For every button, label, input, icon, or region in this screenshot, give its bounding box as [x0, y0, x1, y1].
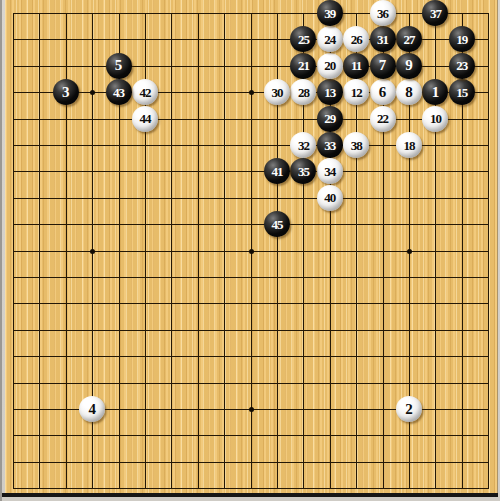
move-number: 2	[405, 402, 413, 417]
stone-black-E16: 43	[106, 79, 132, 105]
move-number: 13	[324, 86, 335, 99]
stone-black-N14: 33	[317, 132, 343, 158]
stone-black-M17: 21	[290, 53, 316, 79]
move-number: 6	[379, 85, 387, 100]
stone-black-M18: 25	[290, 26, 316, 52]
stone-white-N18: 24	[317, 26, 343, 52]
stone-white-O18: 26	[343, 26, 369, 52]
move-number: 15	[456, 86, 467, 99]
stone-white-M16: 28	[290, 79, 316, 105]
move-number: 27	[404, 33, 415, 46]
stone-black-S18: 19	[449, 26, 475, 52]
move-number: 34	[324, 165, 335, 178]
stone-white-L16: 30	[264, 79, 290, 105]
stone-black-S16: 15	[449, 79, 475, 105]
grid-hline	[13, 383, 489, 384]
stone-white-N17: 20	[317, 53, 343, 79]
move-number: 25	[298, 33, 309, 46]
move-number: 5	[115, 58, 123, 73]
goban[interactable]: 1234567891011121315181920212223242526272…	[5, 0, 498, 493]
move-number: 31	[377, 33, 388, 46]
star-point	[90, 90, 95, 95]
move-number: 12	[351, 86, 362, 99]
stone-black-P17: 7	[370, 53, 396, 79]
stone-white-Q14: 18	[396, 132, 422, 158]
stone-black-Q17: 9	[396, 53, 422, 79]
star-point	[90, 249, 95, 254]
move-number: 4	[88, 402, 96, 417]
move-number: 20	[324, 59, 335, 72]
move-number: 24	[324, 33, 335, 46]
board-edge-shadow	[2, 493, 498, 497]
grid-hline	[13, 303, 489, 304]
stone-black-N16: 13	[317, 79, 343, 105]
move-number: 35	[298, 165, 309, 178]
move-number: 19	[456, 33, 467, 46]
grid-vline	[488, 13, 489, 489]
grid-hline	[13, 356, 489, 357]
move-number: 7	[379, 58, 387, 73]
move-number: 22	[377, 112, 388, 125]
star-point	[249, 249, 254, 254]
move-number: 21	[298, 59, 309, 72]
stone-white-M14: 32	[290, 132, 316, 158]
stone-black-S17: 23	[449, 53, 475, 79]
stone-white-F16: 42	[132, 79, 158, 105]
move-number: 45	[272, 218, 283, 231]
move-number: 18	[404, 139, 415, 152]
move-number: 23	[456, 59, 467, 72]
stone-white-F15: 44	[132, 106, 158, 132]
move-number: 44	[140, 112, 151, 125]
move-number: 10	[430, 112, 441, 125]
move-number: 30	[272, 86, 283, 99]
stone-black-O17: 11	[343, 53, 369, 79]
move-number: 28	[298, 86, 309, 99]
move-number: 26	[351, 33, 362, 46]
move-number: 39	[324, 7, 335, 20]
grid-hline	[13, 488, 489, 489]
stone-white-Q4: 2	[396, 396, 422, 422]
stone-black-R16: 1	[422, 79, 448, 105]
move-number: 38	[351, 139, 362, 152]
stone-black-E17: 5	[106, 53, 132, 79]
stone-white-P15: 22	[370, 106, 396, 132]
stone-white-O14: 38	[343, 132, 369, 158]
move-number: 8	[405, 85, 413, 100]
stone-white-P19: 36	[370, 0, 396, 26]
star-point	[249, 407, 254, 412]
stone-black-Q18: 27	[396, 26, 422, 52]
stone-black-L13: 41	[264, 158, 290, 184]
frame-left-bevel	[0, 0, 2, 501]
stone-black-M13: 35	[290, 158, 316, 184]
move-number: 1	[432, 85, 440, 100]
star-point	[249, 90, 254, 95]
stone-black-R19: 37	[422, 0, 448, 26]
move-number: 29	[324, 112, 335, 125]
move-number: 33	[324, 139, 335, 152]
stone-white-P16: 6	[370, 79, 396, 105]
stone-black-N15: 29	[317, 106, 343, 132]
grid-hline	[13, 435, 489, 436]
move-number: 40	[324, 191, 335, 204]
board-frame: 1234567891011121315181920212223242526272…	[0, 0, 500, 501]
stone-black-L11: 45	[264, 211, 290, 237]
move-number: 43	[113, 86, 124, 99]
move-number: 37	[430, 7, 441, 20]
move-number: 42	[140, 86, 151, 99]
stone-black-N19: 39	[317, 0, 343, 26]
move-number: 41	[272, 165, 283, 178]
star-point	[407, 249, 412, 254]
move-number: 3	[62, 85, 70, 100]
stone-white-O16: 12	[343, 79, 369, 105]
stone-black-C16: 3	[53, 79, 79, 105]
stone-white-R15: 10	[422, 106, 448, 132]
grid-hline	[13, 277, 489, 278]
grid-hline	[13, 330, 489, 331]
stone-white-Q16: 8	[396, 79, 422, 105]
move-number: 11	[351, 59, 361, 72]
move-number: 36	[377, 7, 388, 20]
move-number: 32	[298, 139, 309, 152]
stone-white-N13: 34	[317, 158, 343, 184]
grid-hline	[13, 462, 489, 463]
stone-white-D4: 4	[79, 396, 105, 422]
move-number: 9	[405, 58, 413, 73]
stone-white-N12: 40	[317, 185, 343, 211]
stone-black-P18: 31	[370, 26, 396, 52]
